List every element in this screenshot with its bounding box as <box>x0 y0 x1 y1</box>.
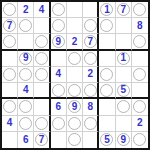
given-digit: 2 <box>137 118 143 128</box>
cell-r3c6[interactable]: 7 <box>83 34 99 50</box>
cell-r7c3[interactable] <box>34 99 50 115</box>
odd-cell-circle <box>35 68 48 81</box>
cell-r2c1[interactable]: 7 <box>2 18 18 34</box>
odd-cell-circle <box>84 117 97 130</box>
given-digit: 4 <box>39 5 45 15</box>
cell-r1c3[interactable]: 4 <box>34 2 50 18</box>
odd-cell-circle: 1 <box>117 52 130 65</box>
odd-cell-circle <box>68 133 81 146</box>
odd-cell-circle <box>133 3 146 16</box>
cell-r3c5[interactable]: 2 <box>67 34 83 50</box>
odd-cell-circle <box>52 84 65 97</box>
odd-cell-circle <box>84 84 97 97</box>
odd-cell-circle: 5 <box>100 133 113 146</box>
cell-r8c2[interactable] <box>18 116 34 132</box>
cell-r9c9[interactable] <box>132 132 148 148</box>
cell-r5c3[interactable] <box>34 67 50 83</box>
odd-cell-circle <box>35 52 48 65</box>
cell-r8c8[interactable] <box>116 116 132 132</box>
cell-r8c5[interactable] <box>67 116 83 132</box>
cell-r3c9[interactable] <box>132 34 148 50</box>
cell-r5c8[interactable] <box>116 67 132 83</box>
odd-cell-circle <box>3 68 16 81</box>
cell-r1c8[interactable]: 7 <box>116 2 132 18</box>
odd-cell-circle <box>100 84 113 97</box>
odd-cell-circle <box>19 100 32 113</box>
cell-r7c7[interactable] <box>99 99 115 115</box>
odd-cell-circle <box>100 19 113 32</box>
cell-r1c5[interactable] <box>67 2 83 18</box>
odd-cell-circle <box>133 100 146 113</box>
cell-r5c6[interactable]: 2 <box>83 67 99 83</box>
cell-r7c4[interactable]: 6 <box>51 99 67 115</box>
given-digit: 6 <box>55 102 61 112</box>
cell-r7c2[interactable] <box>18 99 34 115</box>
given-digit: 1 <box>120 53 126 63</box>
odd-cell-circle <box>35 35 48 48</box>
cell-r1c4[interactable] <box>51 2 67 18</box>
odd-cell-circle <box>133 133 146 146</box>
cell-r1c7[interactable]: 1 <box>99 2 115 18</box>
cell-r4c6[interactable] <box>83 51 99 67</box>
odd-cell-circle <box>117 100 130 113</box>
cell-r2c8[interactable] <box>116 18 132 34</box>
cell-r1c9[interactable] <box>132 2 148 18</box>
cell-r2c4[interactable] <box>51 18 67 34</box>
odd-cell-circle <box>3 100 16 113</box>
cell-r9c3[interactable]: 7 <box>34 132 50 148</box>
odd-cell-circle: 1 <box>100 3 113 16</box>
odd-cell-circle <box>19 117 32 130</box>
cell-r7c8[interactable] <box>116 99 132 115</box>
given-digit: 2 <box>23 5 29 15</box>
odd-cell-circle <box>68 84 81 97</box>
cell-r5c1[interactable] <box>2 67 18 83</box>
cell-r5c5[interactable] <box>67 67 83 83</box>
odd-cell-circle <box>3 35 16 48</box>
cell-r7c9[interactable] <box>132 99 148 115</box>
odd-cell-circle: 9 <box>52 35 65 48</box>
cell-r7c1[interactable] <box>2 99 18 115</box>
cell-r7c6[interactable]: 8 <box>83 99 99 115</box>
cell-r9c7[interactable]: 5 <box>99 132 115 148</box>
given-digit: 9 <box>120 135 126 145</box>
odd-cell-circle <box>68 117 81 130</box>
odd-cell-circle <box>52 19 65 32</box>
cell-r4c8[interactable]: 1 <box>116 51 132 67</box>
given-digit: 4 <box>23 85 29 95</box>
cell-r1c2[interactable]: 2 <box>18 2 34 18</box>
odd-cell-circle: 7 <box>117 3 130 16</box>
cell-r3c1[interactable] <box>2 34 18 50</box>
cell-r3c4[interactable]: 9 <box>51 34 67 50</box>
cell-r7c5[interactable]: 9 <box>67 99 83 115</box>
cell-r1c6[interactable] <box>83 2 99 18</box>
cell-r4c4[interactable] <box>51 51 67 67</box>
cell-r6c6[interactable] <box>83 83 99 99</box>
cell-r6c3[interactable] <box>34 83 50 99</box>
odd-cell-circle: 7 <box>84 35 97 48</box>
odd-cell-circle: 9 <box>19 52 32 65</box>
cell-r9c1[interactable] <box>2 132 18 148</box>
odd-cell-circle: 7 <box>35 133 48 146</box>
cell-r6c9[interactable] <box>132 83 148 99</box>
cell-r3c2[interactable] <box>18 34 34 50</box>
given-digit: 1 <box>104 5 110 15</box>
cell-r5c4[interactable]: 4 <box>51 67 67 83</box>
cell-r6c5[interactable] <box>67 83 83 99</box>
cell-r1c1[interactable] <box>2 2 18 18</box>
given-digit: 7 <box>120 5 126 15</box>
given-digit: 6 <box>23 135 29 145</box>
given-digit: 9 <box>55 37 61 47</box>
odd-cell-circle <box>84 19 97 32</box>
given-digit: 5 <box>120 85 126 95</box>
given-digit: 8 <box>137 21 143 31</box>
cell-r9c6[interactable] <box>83 132 99 148</box>
given-digit: 7 <box>7 21 13 31</box>
cell-r8c4[interactable] <box>51 116 67 132</box>
given-digit: 4 <box>7 118 13 128</box>
cell-r4c7[interactable] <box>99 51 115 67</box>
given-digit: 8 <box>87 102 93 112</box>
cell-r5c9[interactable] <box>132 67 148 83</box>
cell-r2c6[interactable] <box>83 18 99 34</box>
given-digit: 4 <box>55 69 61 79</box>
cell-r4c5[interactable] <box>67 51 83 67</box>
odd-cell-circle <box>100 68 113 81</box>
cell-r3c3[interactable] <box>34 34 50 50</box>
odd-cell-circle <box>133 35 146 48</box>
cell-r3c8[interactable] <box>116 34 132 50</box>
odd-cell-circle: 5 <box>117 84 130 97</box>
cell-r9c2[interactable]: 6 <box>18 132 34 148</box>
cell-r6c1[interactable] <box>2 83 18 99</box>
cell-r8c6[interactable] <box>83 116 99 132</box>
odd-cell-circle <box>19 68 32 81</box>
cell-r8c9[interactable]: 2 <box>132 116 148 132</box>
sudoku-board: 241778927914245698426759 <box>0 0 150 150</box>
odd-cell-circle <box>52 3 65 16</box>
cell-r4c9[interactable] <box>132 51 148 67</box>
odd-cell-circle <box>3 3 16 16</box>
odd-cell-circle: 7 <box>3 19 16 32</box>
cell-r9c8[interactable]: 9 <box>116 132 132 148</box>
given-digit: 2 <box>72 37 78 47</box>
odd-cell-circle <box>35 117 48 130</box>
odd-cell-circle <box>133 68 146 81</box>
cell-r2c3[interactable] <box>34 18 50 34</box>
given-digit: 9 <box>72 102 78 112</box>
given-digit: 7 <box>87 37 93 47</box>
cell-r5c7[interactable] <box>99 67 115 83</box>
odd-cell-circle <box>52 117 65 130</box>
cell-r6c8[interactable]: 5 <box>116 83 132 99</box>
cell-r6c7[interactable] <box>99 83 115 99</box>
cell-r6c2[interactable]: 4 <box>18 83 34 99</box>
given-digit: 9 <box>23 53 29 63</box>
odd-cell-circle <box>19 19 32 32</box>
given-digit: 7 <box>39 135 45 145</box>
cell-r4c2[interactable]: 9 <box>18 51 34 67</box>
cell-r2c9[interactable]: 8 <box>132 18 148 34</box>
odd-cell-circle <box>84 52 97 65</box>
cell-r8c1[interactable]: 4 <box>2 116 18 132</box>
cell-r8c7[interactable] <box>99 116 115 132</box>
cell-r2c7[interactable] <box>99 18 115 34</box>
cell-r5c2[interactable] <box>18 67 34 83</box>
cell-r4c1[interactable] <box>2 51 18 67</box>
odd-cell-circle: 9 <box>117 133 130 146</box>
cell-r9c5[interactable] <box>67 132 83 148</box>
cell-r2c2[interactable] <box>18 18 34 34</box>
cell-r3c7[interactable] <box>99 34 115 50</box>
cell-r4c3[interactable] <box>34 51 50 67</box>
cell-r9c4[interactable] <box>51 132 67 148</box>
cell-r8c3[interactable] <box>34 116 50 132</box>
odd-cell-circle <box>68 52 81 65</box>
cell-r2c5[interactable] <box>67 18 83 34</box>
odd-cell-circle: 9 <box>68 100 81 113</box>
cell-r6c4[interactable] <box>51 83 67 99</box>
given-digit: 5 <box>104 135 110 145</box>
given-digit: 2 <box>87 69 93 79</box>
